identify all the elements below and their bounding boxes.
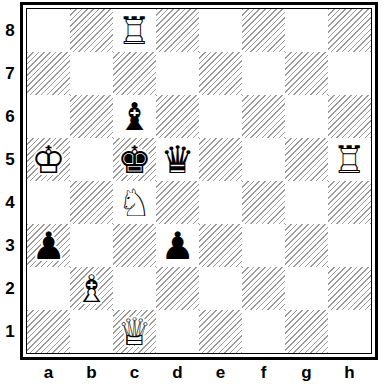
square-h5: ♜♖	[328, 138, 371, 181]
piece-black-bishop: ♝	[113, 95, 156, 138]
square-a7	[27, 52, 70, 95]
square-a8	[27, 9, 70, 52]
file-label-b: b	[70, 360, 113, 386]
rank-label-8: 8	[0, 9, 20, 52]
square-c6: ♝	[113, 95, 156, 138]
square-b8	[70, 9, 113, 52]
piece-white-rook-fill: ♜	[113, 9, 156, 52]
square-a3: ♟	[27, 224, 70, 267]
chess-board-frame: ♜♖♝♚♔♚♛♜♖♞♘♟♟♝♗♛♕	[20, 2, 378, 360]
square-c4: ♞♘	[113, 181, 156, 224]
piece-white-knight-fill: ♞	[113, 181, 156, 224]
square-a2	[27, 267, 70, 310]
file-label-f: f	[242, 360, 285, 386]
square-c8: ♜♖	[113, 9, 156, 52]
square-c1: ♛♕	[113, 310, 156, 353]
square-e4	[199, 181, 242, 224]
square-e6	[199, 95, 242, 138]
square-g3	[285, 224, 328, 267]
square-c2	[113, 267, 156, 310]
square-d4	[156, 181, 199, 224]
square-g4	[285, 181, 328, 224]
piece-black-pawn: ♟	[27, 224, 70, 267]
piece-white-knight: ♘	[113, 181, 156, 224]
square-g1	[285, 310, 328, 353]
square-f7	[242, 52, 285, 95]
chess-board: ♜♖♝♚♔♚♛♜♖♞♘♟♟♝♗♛♕	[27, 9, 371, 353]
square-h7	[328, 52, 371, 95]
piece-white-king: ♔	[27, 138, 70, 181]
square-c3	[113, 224, 156, 267]
square-b1	[70, 310, 113, 353]
piece-white-rook-fill: ♜	[328, 138, 371, 181]
file-label-e: e	[199, 360, 242, 386]
chess-board-inner-border: ♜♖♝♚♔♚♛♜♖♞♘♟♟♝♗♛♕	[26, 8, 372, 354]
square-f1	[242, 310, 285, 353]
rank-label-5: 5	[0, 138, 20, 181]
square-b5	[70, 138, 113, 181]
square-d1	[156, 310, 199, 353]
square-h3	[328, 224, 371, 267]
square-e8	[199, 9, 242, 52]
square-g8	[285, 9, 328, 52]
file-labels: abcdefgh	[27, 360, 371, 386]
file-label-g: g	[285, 360, 328, 386]
square-g5	[285, 138, 328, 181]
piece-white-bishop: ♗	[70, 267, 113, 310]
square-d7	[156, 52, 199, 95]
square-a5: ♚♔	[27, 138, 70, 181]
square-d3: ♟	[156, 224, 199, 267]
file-label-c: c	[113, 360, 156, 386]
piece-white-king-fill: ♚	[27, 138, 70, 181]
square-f4	[242, 181, 285, 224]
rank-labels: 87654321	[0, 9, 20, 353]
chess-diagram-page: 87654321 ♜♖♝♚♔♚♛♜♖♞♘♟♟♝♗♛♕ abcdefgh	[0, 0, 384, 388]
piece-white-bishop-fill: ♝	[70, 267, 113, 310]
piece-white-rook: ♖	[328, 138, 371, 181]
piece-black-queen: ♛	[156, 138, 199, 181]
square-b2: ♝♗	[70, 267, 113, 310]
square-f6	[242, 95, 285, 138]
square-g2	[285, 267, 328, 310]
square-a4	[27, 181, 70, 224]
square-f5	[242, 138, 285, 181]
square-h8	[328, 9, 371, 52]
rank-label-2: 2	[0, 267, 20, 310]
piece-black-pawn: ♟	[156, 224, 199, 267]
square-b6	[70, 95, 113, 138]
square-e3	[199, 224, 242, 267]
rank-label-3: 3	[0, 224, 20, 267]
file-label-h: h	[328, 360, 371, 386]
square-f3	[242, 224, 285, 267]
file-label-a: a	[27, 360, 70, 386]
piece-white-queen-fill: ♛	[113, 310, 156, 353]
square-d2	[156, 267, 199, 310]
square-b4	[70, 181, 113, 224]
square-f2	[242, 267, 285, 310]
square-h6	[328, 95, 371, 138]
square-e1	[199, 310, 242, 353]
piece-white-queen: ♕	[113, 310, 156, 353]
piece-black-king: ♚	[113, 138, 156, 181]
square-a1	[27, 310, 70, 353]
square-e5	[199, 138, 242, 181]
piece-white-rook: ♖	[113, 9, 156, 52]
square-f8	[242, 9, 285, 52]
rank-label-7: 7	[0, 52, 20, 95]
square-h4	[328, 181, 371, 224]
square-h1	[328, 310, 371, 353]
square-e7	[199, 52, 242, 95]
square-e2	[199, 267, 242, 310]
square-a6	[27, 95, 70, 138]
square-d5: ♛	[156, 138, 199, 181]
square-d8	[156, 9, 199, 52]
square-h2	[328, 267, 371, 310]
rank-label-6: 6	[0, 95, 20, 138]
square-g7	[285, 52, 328, 95]
square-c7	[113, 52, 156, 95]
square-c5: ♚	[113, 138, 156, 181]
square-g6	[285, 95, 328, 138]
rank-label-1: 1	[0, 310, 20, 353]
file-label-d: d	[156, 360, 199, 386]
square-b3	[70, 224, 113, 267]
rank-label-4: 4	[0, 181, 20, 224]
square-b7	[70, 52, 113, 95]
square-d6	[156, 95, 199, 138]
